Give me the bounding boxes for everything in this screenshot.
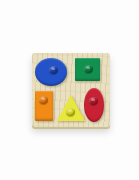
puzzle-board [32, 53, 110, 127]
piece-red-oval[interactable] [84, 88, 104, 122]
photo-background [0, 0, 139, 180]
piece-yellow-triangle[interactable] [57, 95, 85, 121]
knob-green-square[interactable] [84, 65, 93, 73]
knob-yellow-triangle[interactable] [66, 108, 75, 116]
knob-orange-rectangle[interactable] [39, 96, 48, 104]
piece-blue-circle[interactable] [35, 58, 67, 86]
piece-green-square[interactable] [75, 58, 100, 81]
knob-red-oval[interactable] [89, 97, 98, 105]
piece-orange-rectangle[interactable] [35, 91, 53, 121]
knob-blue-circle[interactable] [49, 66, 58, 74]
